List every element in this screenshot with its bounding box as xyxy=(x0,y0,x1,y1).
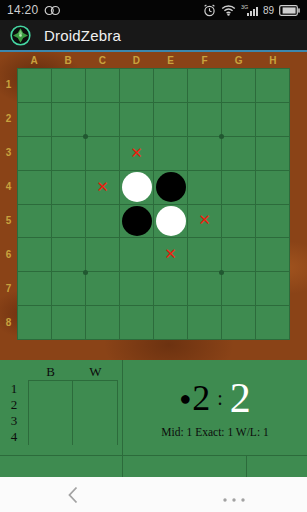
cell-b4[interactable] xyxy=(52,171,85,204)
svg-text:3G: 3G xyxy=(241,4,248,10)
move-cell-white xyxy=(73,397,118,413)
move-number: 1 xyxy=(0,381,28,397)
droidzebra-app: 14:20 3G xyxy=(0,0,307,512)
cell-e6[interactable]: ✕ xyxy=(154,238,187,271)
cell-h3[interactable] xyxy=(256,137,289,170)
cell-c8[interactable] xyxy=(86,306,119,339)
cell-f4[interactable] xyxy=(188,171,221,204)
star-point xyxy=(83,270,88,275)
move-cell-white xyxy=(73,413,118,429)
cell-g6[interactable] xyxy=(222,238,255,271)
cell-e3[interactable] xyxy=(154,137,187,170)
row-label-7: 7 xyxy=(0,272,17,306)
move-cell-white xyxy=(73,381,118,397)
row-label-5: 5 xyxy=(0,204,17,238)
cell-a3[interactable] xyxy=(18,137,51,170)
black-disc xyxy=(156,172,186,202)
move-number: 2 xyxy=(0,397,28,413)
cell-c7[interactable] xyxy=(86,272,119,305)
panel-divider-vertical xyxy=(122,360,123,477)
status-bar: 14:20 3G xyxy=(0,0,307,20)
row-label-8: 8 xyxy=(0,306,17,340)
cell-a8[interactable] xyxy=(18,306,51,339)
cell-f7[interactable] xyxy=(188,272,221,305)
move-number: 3 xyxy=(0,413,28,429)
move-cell-black xyxy=(28,413,73,429)
star-point xyxy=(83,134,88,139)
cell-c5[interactable] xyxy=(86,205,119,238)
score-display: ● 2 : 2 Mid: 1 Exact: 1 W/L: 1 xyxy=(123,360,307,455)
cell-e5[interactable] xyxy=(154,205,187,238)
column-labels: ABCDEFGH xyxy=(0,52,307,68)
move-cell-black xyxy=(28,397,73,413)
panel-divider-horizontal xyxy=(0,455,307,456)
droidzebra-logo-icon xyxy=(10,25,31,46)
move-list-table: BW1234 xyxy=(0,364,118,445)
column-label-e: E xyxy=(154,52,188,68)
cell-e4[interactable] xyxy=(154,171,187,204)
battery-icon xyxy=(279,5,300,16)
cell-d5[interactable] xyxy=(120,205,153,238)
cell-f1[interactable] xyxy=(188,69,221,102)
move-cell-white xyxy=(73,429,118,445)
cell-d8[interactable] xyxy=(120,306,153,339)
cell-g1[interactable] xyxy=(222,69,255,102)
more-dots-icon xyxy=(222,496,246,504)
cell-g4[interactable] xyxy=(222,171,255,204)
row-label-6: 6 xyxy=(0,238,17,272)
column-label-b: B xyxy=(51,52,85,68)
column-label-a: A xyxy=(17,52,51,68)
app-bar: DroidZebra xyxy=(0,20,307,52)
move-number: 4 xyxy=(0,429,28,445)
cell-d4[interactable] xyxy=(120,171,153,204)
cell-d6[interactable] xyxy=(120,238,153,271)
cell-a4[interactable] xyxy=(18,171,51,204)
column-label-h: H xyxy=(256,52,290,68)
column-label-c: C xyxy=(85,52,119,68)
status-bar-right: 3G 89 xyxy=(203,4,300,17)
move-cell-black xyxy=(28,381,73,397)
cell-h2[interactable] xyxy=(256,103,289,136)
cell-h7[interactable] xyxy=(256,272,289,305)
cell-d1[interactable] xyxy=(120,69,153,102)
alarm-icon xyxy=(203,4,216,17)
back-chevron-icon xyxy=(64,485,84,505)
white-score: 2 xyxy=(230,377,251,419)
othello-board: ✕✕✕✕ xyxy=(17,68,290,340)
data-usage-circles-icon xyxy=(44,5,61,16)
engine-status: Mid: 1 Exact: 1 W/L: 1 xyxy=(161,426,268,438)
move-cell-black xyxy=(28,429,73,445)
menu-button[interactable] xyxy=(222,490,246,498)
cell-b8[interactable] xyxy=(52,306,85,339)
panel-divider-vertical xyxy=(246,456,247,477)
cell-d7[interactable] xyxy=(120,272,153,305)
cell-g2[interactable] xyxy=(222,103,255,136)
cell-b2[interactable] xyxy=(52,103,85,136)
app-title: DroidZebra xyxy=(44,27,121,44)
black-disc xyxy=(122,206,152,236)
cell-c4[interactable]: ✕ xyxy=(86,171,119,204)
star-point xyxy=(219,134,224,139)
cell-b7[interactable] xyxy=(52,272,85,305)
legal-move-mark: ✕ xyxy=(130,146,143,161)
cell-f5[interactable]: ✕ xyxy=(188,205,221,238)
legal-move-mark: ✕ xyxy=(96,180,109,195)
row-label-2: 2 xyxy=(0,102,17,136)
info-panel: BW1234 ● 2 : 2 Mid: 1 Exact: 1 W/L: 1 xyxy=(0,360,307,477)
wifi-icon xyxy=(221,4,236,16)
navigation-bar xyxy=(0,477,307,512)
cell-h1[interactable] xyxy=(256,69,289,102)
star-point xyxy=(219,270,224,275)
cell-c3[interactable] xyxy=(86,137,119,170)
cell-g5[interactable] xyxy=(222,205,255,238)
white-disc xyxy=(122,172,152,202)
cell-f8[interactable] xyxy=(188,306,221,339)
cell-g7[interactable] xyxy=(222,272,255,305)
battery-percent: 89 xyxy=(263,5,274,16)
cell-f6[interactable] xyxy=(188,238,221,271)
cell-h6[interactable] xyxy=(256,238,289,271)
cell-b1[interactable] xyxy=(52,69,85,102)
cell-f2[interactable] xyxy=(188,103,221,136)
cell-h4[interactable] xyxy=(256,171,289,204)
back-button[interactable] xyxy=(64,485,84,505)
cell-a6[interactable] xyxy=(18,238,51,271)
cell-b6[interactable] xyxy=(52,238,85,271)
cell-a2[interactable] xyxy=(18,103,51,136)
score-line: ● 2 : 2 xyxy=(179,377,251,419)
legal-move-mark: ✕ xyxy=(198,213,211,228)
move-table-header-white: W xyxy=(73,364,118,381)
black-score: 2 xyxy=(192,380,210,416)
cell-g8[interactable] xyxy=(222,306,255,339)
cell-c2[interactable] xyxy=(86,103,119,136)
signal-3g-icon: 3G xyxy=(241,4,258,16)
cell-a1[interactable] xyxy=(18,69,51,102)
cell-e1[interactable] xyxy=(154,69,187,102)
black-disc-indicator: ● xyxy=(179,388,191,408)
cell-d2[interactable] xyxy=(120,103,153,136)
row-label-4: 4 xyxy=(0,170,17,204)
cell-f3[interactable] xyxy=(188,137,221,170)
cell-e8[interactable] xyxy=(154,306,187,339)
cell-a7[interactable] xyxy=(18,272,51,305)
clock-time: 14:20 xyxy=(7,3,39,17)
cell-b5[interactable] xyxy=(52,205,85,238)
column-label-g: G xyxy=(222,52,256,68)
score-separator: : xyxy=(217,388,223,408)
row-labels: 12345678 xyxy=(0,52,17,360)
cell-e2[interactable] xyxy=(154,103,187,136)
cell-h5[interactable] xyxy=(256,205,289,238)
white-disc xyxy=(156,206,186,236)
cell-c6[interactable] xyxy=(86,238,119,271)
column-label-f: F xyxy=(188,52,222,68)
cell-d3[interactable]: ✕ xyxy=(120,137,153,170)
legal-move-mark: ✕ xyxy=(164,247,177,262)
status-bar-left: 14:20 xyxy=(7,3,61,17)
cell-g3[interactable] xyxy=(222,137,255,170)
board-area: ABCDEFGH 12345678 ✕✕✕✕ xyxy=(0,52,307,360)
cell-c1[interactable] xyxy=(86,69,119,102)
column-label-d: D xyxy=(119,52,153,68)
cell-a5[interactable] xyxy=(18,205,51,238)
row-label-3: 3 xyxy=(0,136,17,170)
cell-h8[interactable] xyxy=(256,306,289,339)
move-table-header-black: B xyxy=(28,364,73,381)
row-label-1: 1 xyxy=(0,68,17,102)
cell-e7[interactable] xyxy=(154,272,187,305)
cell-b3[interactable] xyxy=(52,137,85,170)
